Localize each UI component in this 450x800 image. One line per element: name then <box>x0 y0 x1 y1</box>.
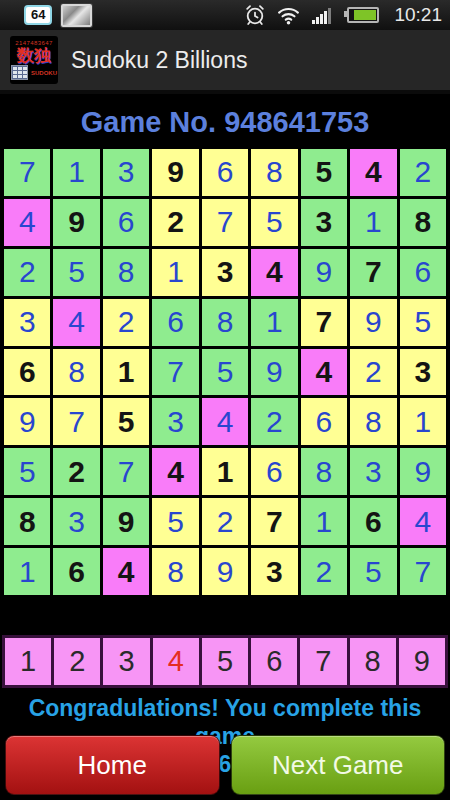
cell-r5c2[interactable]: 8 <box>53 349 99 396</box>
cell-r9c5[interactable]: 9 <box>202 548 248 595</box>
numpad-digit-7[interactable]: 7 <box>300 638 346 685</box>
cell-r7c9[interactable]: 9 <box>400 448 446 495</box>
cell-r4c8[interactable]: 9 <box>350 299 396 346</box>
cell-r2c1[interactable]: 4 <box>4 199 50 246</box>
cell-r7c7[interactable]: 8 <box>301 448 347 495</box>
cell-r8c7[interactable]: 1 <box>301 498 347 545</box>
cell-r6c7[interactable]: 6 <box>301 398 347 445</box>
cell-r5c6[interactable]: 9 <box>251 349 297 396</box>
cell-r1c5[interactable]: 6 <box>202 149 248 196</box>
cell-r2c5[interactable]: 7 <box>202 199 248 246</box>
number-pad: 123456789 <box>2 635 448 688</box>
cell-r4c3[interactable]: 2 <box>103 299 149 346</box>
cell-r9c2[interactable]: 6 <box>53 548 99 595</box>
app-icon-caption: SUDOKU <box>31 70 57 76</box>
cell-r2c6[interactable]: 5 <box>251 199 297 246</box>
cell-r9c8[interactable]: 5 <box>350 548 396 595</box>
cell-r4c2[interactable]: 4 <box>53 299 99 346</box>
numpad-digit-8[interactable]: 8 <box>350 638 396 685</box>
cell-r2c2[interactable]: 9 <box>53 199 99 246</box>
cell-r9c9[interactable]: 7 <box>400 548 446 595</box>
numpad-digit-5[interactable]: 5 <box>202 638 248 685</box>
cell-r8c3[interactable]: 9 <box>103 498 149 545</box>
cell-r4c7[interactable]: 7 <box>301 299 347 346</box>
cell-r8c9[interactable]: 4 <box>400 498 446 545</box>
cell-r7c2[interactable]: 2 <box>53 448 99 495</box>
cell-r9c4[interactable]: 8 <box>152 548 198 595</box>
cell-r4c9[interactable]: 5 <box>400 299 446 346</box>
cell-r8c1[interactable]: 8 <box>4 498 50 545</box>
cell-r3c9[interactable]: 6 <box>400 249 446 296</box>
cell-r6c2[interactable]: 7 <box>53 398 99 445</box>
mini-sudoku-grid-icon <box>11 65 28 80</box>
cell-r1c7[interactable]: 5 <box>301 149 347 196</box>
cell-r5c1[interactable]: 6 <box>4 349 50 396</box>
sudoku-board: 7139685424962753182581349763426817956817… <box>2 147 448 597</box>
cell-r3c1[interactable]: 2 <box>4 249 50 296</box>
notification-badge: 64 <box>24 5 52 25</box>
cell-r9c3[interactable]: 4 <box>103 548 149 595</box>
cell-r4c4[interactable]: 6 <box>152 299 198 346</box>
cell-r5c5[interactable]: 5 <box>202 349 248 396</box>
cell-r7c4[interactable]: 4 <box>152 448 198 495</box>
cell-r6c8[interactable]: 8 <box>350 398 396 445</box>
numpad-digit-4[interactable]: 4 <box>153 638 199 685</box>
cell-r6c5[interactable]: 4 <box>202 398 248 445</box>
cell-r5c4[interactable]: 7 <box>152 349 198 396</box>
cell-r3c3[interactable]: 8 <box>103 249 149 296</box>
app-icon-kanji: 数独 <box>17 47 51 64</box>
cell-r1c8[interactable]: 4 <box>350 149 396 196</box>
cell-r6c3[interactable]: 5 <box>103 398 149 445</box>
cell-r2c3[interactable]: 6 <box>103 199 149 246</box>
cell-r4c6[interactable]: 1 <box>251 299 297 346</box>
app-title: Sudoku 2 Billions <box>71 47 247 74</box>
cell-r2c7[interactable]: 3 <box>301 199 347 246</box>
cell-r6c1[interactable]: 9 <box>4 398 50 445</box>
wifi-icon <box>276 3 301 28</box>
cell-r2c8[interactable]: 1 <box>350 199 396 246</box>
cell-r5c7[interactable]: 4 <box>301 349 347 396</box>
cell-r8c5[interactable]: 2 <box>202 498 248 545</box>
cell-r9c1[interactable]: 1 <box>4 548 50 595</box>
game-number-label: Game No. 948641753 <box>0 94 450 147</box>
battery-icon <box>347 7 379 23</box>
next-game-button[interactable]: Next Game <box>231 735 446 795</box>
cell-r2c4[interactable]: 2 <box>152 199 198 246</box>
button-row: Home Next Game <box>5 735 445 795</box>
cell-r3c4[interactable]: 1 <box>152 249 198 296</box>
cell-r6c6[interactable]: 2 <box>251 398 297 445</box>
cell-r5c9[interactable]: 3 <box>400 349 446 396</box>
cell-r8c8[interactable]: 6 <box>350 498 396 545</box>
cell-r1c3[interactable]: 3 <box>103 149 149 196</box>
cell-r1c2[interactable]: 1 <box>53 149 99 196</box>
home-button[interactable]: Home <box>5 735 220 795</box>
signal-bars-icon <box>312 7 331 24</box>
app-bar: 2147483647 数独 SUDOKU Sudoku 2 Billions <box>0 30 450 94</box>
cell-r2c9[interactable]: 8 <box>400 199 446 246</box>
cell-r1c9[interactable]: 2 <box>400 149 446 196</box>
cell-r3c7[interactable]: 9 <box>301 249 347 296</box>
battery-fill <box>354 10 376 20</box>
cell-r3c8[interactable]: 7 <box>350 249 396 296</box>
cell-r9c6[interactable]: 3 <box>251 548 297 595</box>
numpad-digit-6[interactable]: 6 <box>251 638 297 685</box>
cell-r3c2[interactable]: 5 <box>53 249 99 296</box>
cell-r4c5[interactable]: 8 <box>202 299 248 346</box>
alarm-clock-icon <box>243 3 267 27</box>
cell-r8c4[interactable]: 5 <box>152 498 198 545</box>
cell-r7c3[interactable]: 7 <box>103 448 149 495</box>
numpad-digit-1[interactable]: 1 <box>5 638 51 685</box>
app-icon: 2147483647 数独 SUDOKU <box>10 36 58 84</box>
cell-r7c8[interactable]: 3 <box>350 448 396 495</box>
cell-r7c1[interactable]: 5 <box>4 448 50 495</box>
cell-r5c8[interactable]: 2 <box>350 349 396 396</box>
numpad-digit-3[interactable]: 3 <box>103 638 149 685</box>
cell-r1c6[interactable]: 8 <box>251 149 297 196</box>
cell-r8c2[interactable]: 3 <box>53 498 99 545</box>
cell-r5c3[interactable]: 1 <box>103 349 149 396</box>
cell-r3c6[interactable]: 4 <box>251 249 297 296</box>
photo-thumbnail-icon <box>61 4 92 27</box>
cell-r1c4[interactable]: 9 <box>152 149 198 196</box>
cell-r1c1[interactable]: 7 <box>4 149 50 196</box>
cell-r8c6[interactable]: 7 <box>251 498 297 545</box>
cell-r3c5[interactable]: 3 <box>202 249 248 296</box>
numpad-digit-2[interactable]: 2 <box>54 638 100 685</box>
cell-r7c6[interactable]: 6 <box>251 448 297 495</box>
clock-time: 10:21 <box>394 4 442 26</box>
cell-r4c1[interactable]: 3 <box>4 299 50 346</box>
cell-r9c7[interactable]: 2 <box>301 548 347 595</box>
status-bar: 64 10:21 <box>0 0 450 30</box>
cell-r6c4[interactable]: 3 <box>152 398 198 445</box>
numpad-digit-9[interactable]: 9 <box>399 638 445 685</box>
cell-r7c5[interactable]: 1 <box>202 448 248 495</box>
cell-r6c9[interactable]: 1 <box>400 398 446 445</box>
